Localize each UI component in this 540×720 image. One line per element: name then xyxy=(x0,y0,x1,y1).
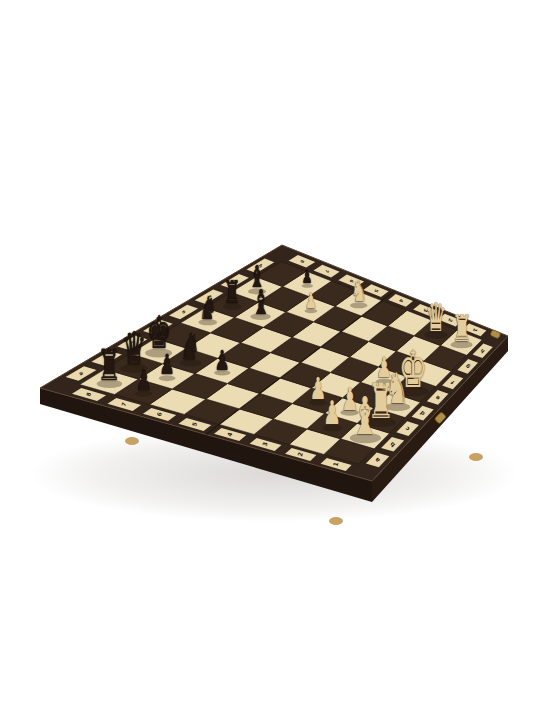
piece-shadow xyxy=(159,376,176,382)
piece-shadow xyxy=(223,304,242,310)
piece-shadow xyxy=(250,313,270,320)
piece-shadow xyxy=(350,303,367,309)
piece-shadow xyxy=(248,288,266,294)
piece-shadow xyxy=(304,309,317,313)
chess-set-photo: 1122334455667788aabbccddeeffgghh ♜♛♚♞♜♝♟… xyxy=(0,0,540,720)
piece-shadow xyxy=(367,418,396,428)
piece-shadow xyxy=(145,348,172,357)
board-foot-0 xyxy=(125,437,139,445)
piece-shadow xyxy=(121,364,148,373)
piece-shadow xyxy=(450,341,472,348)
piece-shadow xyxy=(179,359,201,366)
piece-shadow xyxy=(350,433,381,443)
piece-shadow xyxy=(97,379,123,388)
piece-shadow xyxy=(198,319,217,325)
piece-shadow xyxy=(323,425,343,432)
piece-shadow xyxy=(424,331,448,339)
piece-shadow xyxy=(135,391,153,397)
chess-board: 1122334455667788aabbccddeeffgghh xyxy=(0,0,540,720)
piece-shadow xyxy=(340,409,359,415)
piece-shadow xyxy=(214,370,230,375)
board-foot-1 xyxy=(329,517,343,525)
piece-shadow xyxy=(398,386,429,396)
piece-shadow xyxy=(385,403,410,411)
piece-shadow xyxy=(302,284,313,288)
piece-shadow xyxy=(309,400,327,406)
piece-shadow xyxy=(376,379,393,385)
board-foot-2 xyxy=(469,453,483,461)
